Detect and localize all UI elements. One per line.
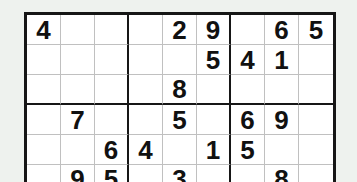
cell-r5c8[interactable] [265,135,299,165]
sudoku-board: 429655418756964159538 [24,12,336,182]
cell-r6c6[interactable] [197,165,231,182]
cell-r1c2[interactable] [61,15,95,45]
cell-r6c2[interactable]: 9 [61,165,95,182]
page: 429655418756964159538 [0,0,357,182]
cell-r4c6[interactable] [197,105,231,135]
cell-r3c9[interactable] [299,75,333,105]
given-digit: 8 [274,166,288,182]
cell-r4c5[interactable]: 5 [163,105,197,135]
cell-r6c4[interactable] [129,165,163,182]
given-digit: 5 [104,166,118,182]
cell-r5c7[interactable]: 5 [231,135,265,165]
cell-r5c2[interactable] [61,135,95,165]
cell-r1c8[interactable]: 6 [265,15,299,45]
cell-r3c8[interactable] [265,75,299,105]
cell-r4c7[interactable]: 6 [231,105,265,135]
cell-r5c1[interactable] [27,135,61,165]
cell-r6c7[interactable] [231,165,265,182]
cell-r4c1[interactable] [27,105,61,135]
cell-r3c2[interactable] [61,75,95,105]
cell-r4c2[interactable]: 7 [61,105,95,135]
cell-r5c4[interactable]: 4 [129,135,163,165]
cell-r1c5[interactable]: 2 [163,15,197,45]
cell-r6c3[interactable]: 5 [95,165,129,182]
cell-r5c6[interactable]: 1 [197,135,231,165]
cell-r2c6[interactable]: 5 [197,45,231,75]
given-digit: 5 [206,47,220,73]
cell-r6c1[interactable] [27,165,61,182]
cell-r3c4[interactable] [129,75,163,105]
cell-r2c5[interactable] [163,45,197,75]
given-digit: 5 [240,137,254,163]
cell-r2c8[interactable]: 1 [265,45,299,75]
cell-r6c5[interactable]: 3 [163,165,197,182]
cell-r1c4[interactable] [129,15,163,45]
given-digit: 8 [172,76,186,102]
cell-r2c9[interactable] [299,45,333,75]
given-digit: 4 [36,17,50,43]
cell-r4c3[interactable] [95,105,129,135]
cell-r3c5[interactable]: 8 [163,75,197,105]
given-digit: 6 [274,17,288,43]
cell-r5c5[interactable] [163,135,197,165]
given-digit: 1 [274,47,288,73]
given-digit: 4 [240,47,254,73]
cell-r4c9[interactable] [299,105,333,135]
cell-r5c3[interactable]: 6 [95,135,129,165]
given-digit: 1 [206,137,220,163]
given-digit: 4 [138,137,152,163]
cell-r1c7[interactable] [231,15,265,45]
given-digit: 6 [240,107,254,133]
cell-r2c3[interactable] [95,45,129,75]
given-digit: 9 [206,17,220,43]
cell-r3c3[interactable] [95,75,129,105]
cell-r2c2[interactable] [61,45,95,75]
cell-r6c9[interactable] [299,165,333,182]
given-digit: 5 [172,107,186,133]
cell-r5c9[interactable] [299,135,333,165]
given-digit: 2 [172,17,186,43]
cell-r2c7[interactable]: 4 [231,45,265,75]
given-digit: 3 [172,166,186,182]
given-digit: 7 [70,107,84,133]
cell-r3c6[interactable] [197,75,231,105]
cell-r3c7[interactable] [231,75,265,105]
cell-r1c1[interactable]: 4 [27,15,61,45]
cell-r2c1[interactable] [27,45,61,75]
cell-r6c8[interactable]: 8 [265,165,299,182]
cell-r2c4[interactable] [129,45,163,75]
cell-r4c4[interactable] [129,105,163,135]
cell-r3c1[interactable] [27,75,61,105]
cell-r1c6[interactable]: 9 [197,15,231,45]
cell-r1c3[interactable] [95,15,129,45]
given-digit: 9 [70,166,84,182]
cell-r4c8[interactable]: 9 [265,105,299,135]
given-digit: 6 [104,137,118,163]
given-digit: 9 [274,107,288,133]
given-digit: 5 [309,17,323,43]
cell-r1c9[interactable]: 5 [299,15,333,45]
